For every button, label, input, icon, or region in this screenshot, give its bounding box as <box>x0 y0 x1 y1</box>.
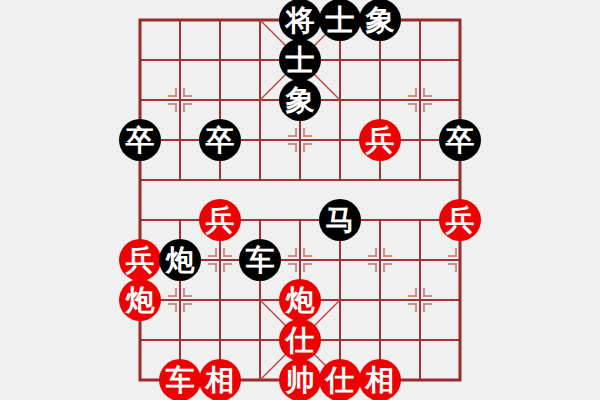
piece-red-soldier[interactable]: 兵 <box>439 199 481 241</box>
piece-black-horse[interactable]: 马 <box>319 199 361 241</box>
piece-red-cannon[interactable]: 炮 <box>279 279 321 321</box>
piece-red-cannon[interactable]: 炮 <box>119 279 161 321</box>
piece-red-advisor[interactable]: 仕 <box>319 359 361 400</box>
piece-black-soldier[interactable]: 卒 <box>439 119 481 161</box>
piece-red-elephant[interactable]: 相 <box>359 359 401 400</box>
piece-black-soldier[interactable]: 卒 <box>199 119 241 161</box>
piece-black-advisor[interactable]: 士 <box>319 0 361 41</box>
piece-red-chariot[interactable]: 车 <box>159 359 201 400</box>
piece-red-general[interactable]: 帅 <box>279 359 321 400</box>
piece-black-general[interactable]: 将 <box>279 0 321 41</box>
piece-red-soldier[interactable]: 兵 <box>119 239 161 281</box>
xiangqi-board[interactable]: 将士象士象卒卒兵卒兵马兵兵炮车炮炮仕车相帅仕相 <box>120 0 480 400</box>
piece-black-advisor[interactable]: 士 <box>279 39 321 81</box>
piece-red-elephant[interactable]: 相 <box>199 359 241 400</box>
piece-red-advisor[interactable]: 仕 <box>279 319 321 361</box>
piece-black-cannon[interactable]: 炮 <box>159 239 201 281</box>
piece-black-soldier[interactable]: 卒 <box>119 119 161 161</box>
piece-black-elephant[interactable]: 象 <box>359 0 401 41</box>
piece-red-soldier[interactable]: 兵 <box>199 199 241 241</box>
piece-black-chariot[interactable]: 车 <box>239 239 281 281</box>
piece-red-soldier[interactable]: 兵 <box>359 119 401 161</box>
xiangqi-app-canvas: 将士象士象卒卒兵卒兵马兵兵炮车炮炮仕车相帅仕相 <box>0 0 600 400</box>
piece-black-elephant[interactable]: 象 <box>279 79 321 121</box>
